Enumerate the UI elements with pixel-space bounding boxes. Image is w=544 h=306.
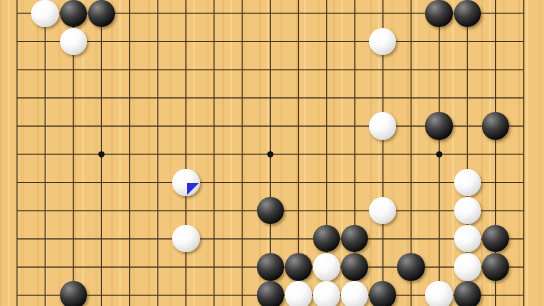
black-stone[interactable] xyxy=(285,253,312,280)
board-intersection[interactable] xyxy=(369,112,397,140)
board-intersection[interactable] xyxy=(341,225,369,253)
black-stone[interactable] xyxy=(257,253,284,280)
board-intersection[interactable] xyxy=(312,281,340,306)
board-intersection[interactable] xyxy=(312,225,340,253)
black-stone[interactable] xyxy=(341,253,368,280)
board-intersection[interactable] xyxy=(481,253,509,281)
board-intersection[interactable] xyxy=(312,253,340,281)
black-stone[interactable] xyxy=(60,281,87,306)
board-intersection[interactable] xyxy=(397,253,425,281)
board-intersection[interactable] xyxy=(453,197,481,225)
board-intersection[interactable] xyxy=(256,197,284,225)
board-intersection[interactable] xyxy=(453,281,481,306)
white-stone[interactable] xyxy=(341,281,368,306)
black-stone[interactable] xyxy=(257,281,284,306)
black-stone[interactable] xyxy=(257,197,284,224)
white-stone[interactable] xyxy=(60,28,87,55)
board-intersection[interactable] xyxy=(481,112,509,140)
board-intersection[interactable] xyxy=(453,168,481,196)
board-intersection[interactable] xyxy=(256,253,284,281)
white-stone[interactable] xyxy=(172,169,199,196)
white-stone[interactable] xyxy=(454,253,481,280)
white-stone[interactable] xyxy=(425,281,452,306)
white-stone[interactable] xyxy=(313,253,340,280)
black-stone[interactable] xyxy=(88,0,115,27)
black-stone[interactable] xyxy=(313,225,340,252)
board-intersection[interactable] xyxy=(453,0,481,27)
white-stone[interactable] xyxy=(454,169,481,196)
board-intersection[interactable] xyxy=(369,27,397,55)
board-intersection[interactable] xyxy=(172,225,200,253)
white-stone[interactable] xyxy=(454,225,481,252)
board-intersection[interactable] xyxy=(425,112,453,140)
black-stone[interactable] xyxy=(341,225,368,252)
board-intersection[interactable] xyxy=(425,281,453,306)
board-intersection[interactable] xyxy=(481,225,509,253)
black-stone[interactable] xyxy=(425,0,452,27)
black-stone[interactable] xyxy=(482,253,509,280)
stone-grid xyxy=(3,0,538,306)
board-intersection[interactable] xyxy=(341,281,369,306)
white-stone[interactable] xyxy=(369,28,396,55)
board-intersection[interactable] xyxy=(369,197,397,225)
black-stone[interactable] xyxy=(482,225,509,252)
go-app-window xyxy=(0,0,544,306)
board-intersection[interactable] xyxy=(59,27,87,55)
white-stone[interactable] xyxy=(31,0,58,27)
go-board[interactable] xyxy=(0,0,544,306)
board-intersection[interactable] xyxy=(284,281,312,306)
black-stone[interactable] xyxy=(454,0,481,27)
board-intersection[interactable] xyxy=(453,225,481,253)
board-intersection[interactable] xyxy=(172,168,200,196)
white-stone[interactable] xyxy=(369,112,396,139)
black-stone[interactable] xyxy=(425,112,452,139)
last-move-marker xyxy=(187,183,200,196)
board-intersection[interactable] xyxy=(87,0,115,27)
black-stone[interactable] xyxy=(454,281,481,306)
black-stone[interactable] xyxy=(482,112,509,139)
board-intersection[interactable] xyxy=(425,0,453,27)
board-intersection[interactable] xyxy=(341,253,369,281)
white-stone[interactable] xyxy=(313,281,340,306)
board-intersection[interactable] xyxy=(59,281,87,306)
black-stone[interactable] xyxy=(369,281,396,306)
board-intersection[interactable] xyxy=(284,253,312,281)
board-intersection[interactable] xyxy=(59,0,87,27)
board-intersection[interactable] xyxy=(369,281,397,306)
board-intersection[interactable] xyxy=(31,0,59,27)
board-intersection[interactable] xyxy=(453,253,481,281)
white-stone[interactable] xyxy=(454,197,481,224)
board-intersection[interactable] xyxy=(256,281,284,306)
white-stone[interactable] xyxy=(285,281,312,306)
black-stone[interactable] xyxy=(397,253,424,280)
white-stone[interactable] xyxy=(172,225,199,252)
black-stone[interactable] xyxy=(60,0,87,27)
white-stone[interactable] xyxy=(369,197,396,224)
